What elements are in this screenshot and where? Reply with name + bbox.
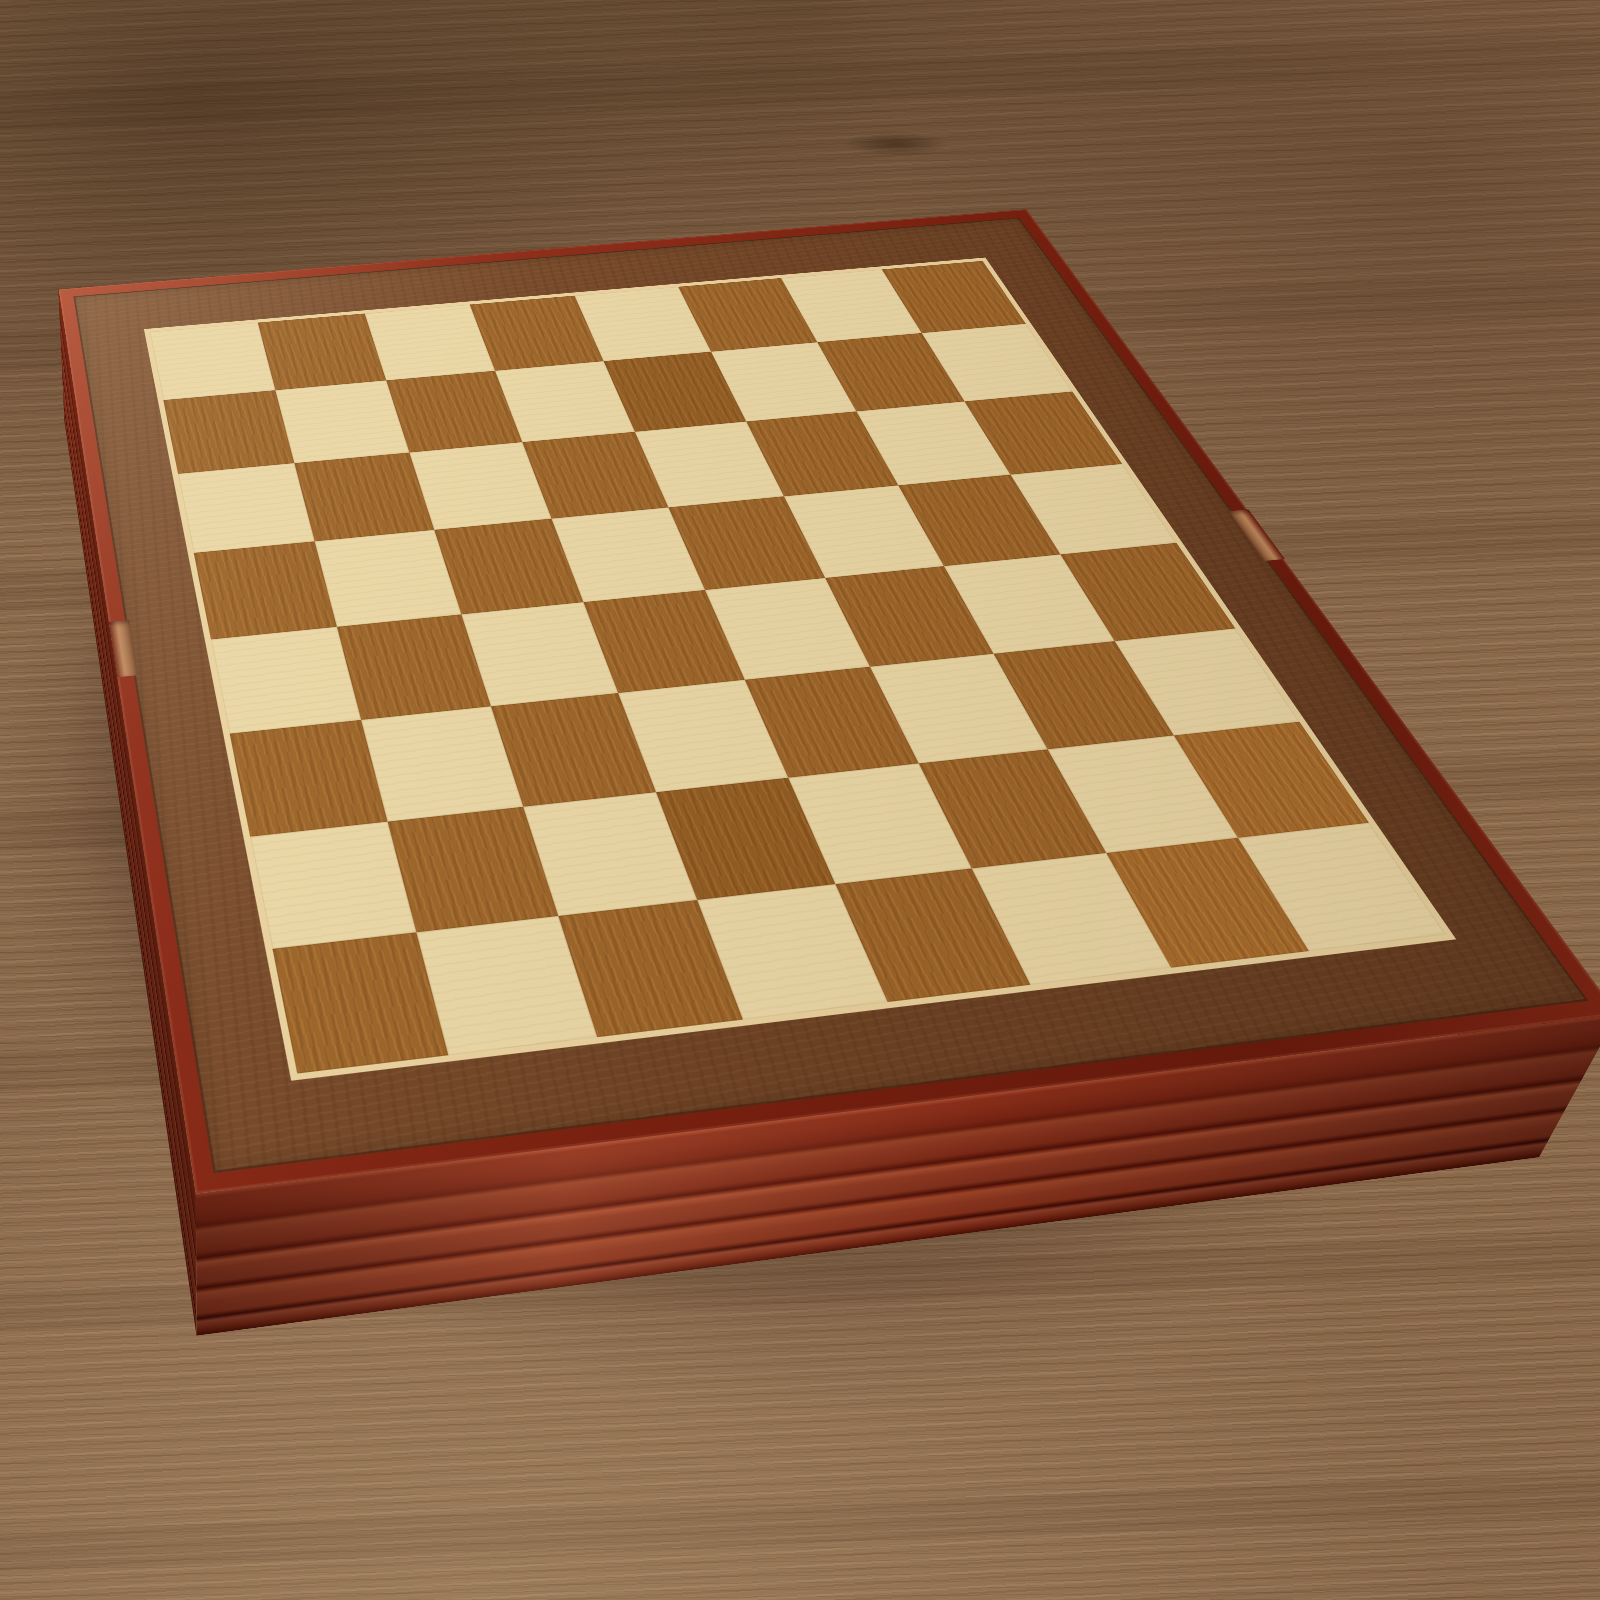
square-d2[interactable] [656, 777, 835, 900]
square-f3[interactable] [870, 654, 1047, 763]
square-b8[interactable] [258, 314, 386, 391]
square-b4[interactable] [337, 614, 491, 719]
chess-board [150, 261, 1446, 1074]
square-d1[interactable] [698, 884, 888, 1019]
square-c2[interactable] [523, 792, 698, 917]
square-g1[interactable] [1106, 838, 1309, 968]
square-e2[interactable] [788, 763, 972, 884]
square-a1[interactable] [273, 933, 449, 1074]
square-d3[interactable] [618, 680, 788, 792]
square-c3[interactable] [490, 693, 656, 807]
square-e3[interactable] [745, 667, 919, 778]
square-b2[interactable] [387, 806, 558, 932]
square-h1[interactable] [1238, 823, 1445, 951]
square-a3[interactable] [230, 720, 388, 837]
square-a4[interactable] [211, 627, 361, 734]
square-h2[interactable] [1174, 721, 1369, 838]
square-a5[interactable] [194, 542, 337, 640]
square-c4[interactable] [461, 602, 618, 706]
square-d4[interactable] [584, 590, 745, 693]
square-h3[interactable] [1115, 628, 1299, 735]
square-a7[interactable] [163, 390, 294, 473]
square-g3[interactable] [993, 641, 1174, 749]
square-e1[interactable] [835, 869, 1030, 1002]
square-b1[interactable] [416, 916, 597, 1055]
square-b3[interactable] [361, 706, 523, 821]
square-e4[interactable] [705, 578, 870, 680]
square-f1[interactable] [972, 853, 1171, 985]
square-f2[interactable] [918, 749, 1106, 869]
scene [0, 0, 1600, 1600]
square-a2[interactable] [250, 821, 416, 949]
photo [0, 0, 1600, 1600]
square-a8[interactable] [150, 323, 275, 400]
square-g2[interactable] [1047, 735, 1238, 853]
square-a6[interactable] [178, 463, 315, 553]
square-c1[interactable] [558, 900, 743, 1037]
